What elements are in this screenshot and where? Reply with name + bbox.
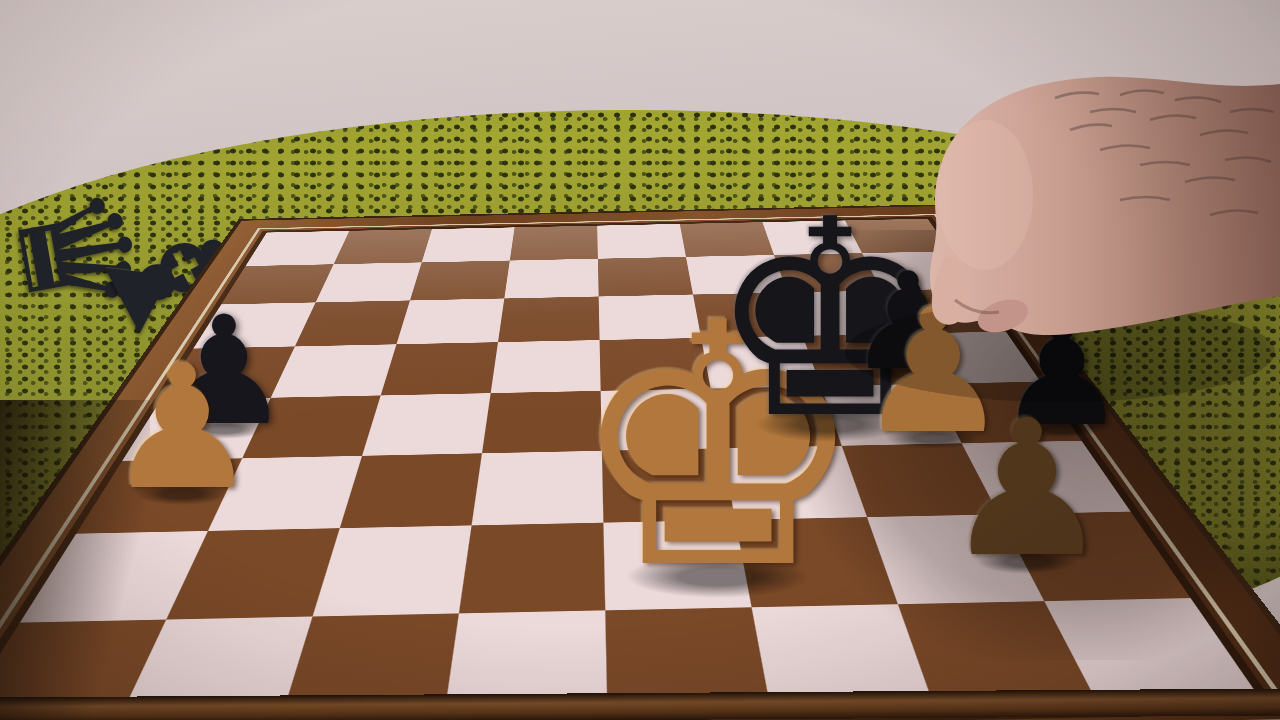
photo-scene: ♛ ♝ ♟♟♚♚♟♟♟♟ (0, 0, 1280, 720)
pieces-layer: ♟♟♚♚♟♟♟♟ (0, 0, 1280, 720)
piece-white-pawn-h3[interactable]: ♟ (943, 395, 1112, 583)
piece-white-pawn-a3[interactable]: ♟ (105, 342, 259, 514)
